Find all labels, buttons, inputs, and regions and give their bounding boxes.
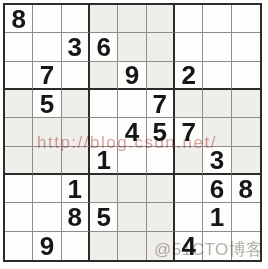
cell-r8c3[interactable]: 8 [62,203,90,231]
cell-r8c6[interactable] [147,203,175,231]
cell-r5c3[interactable] [62,118,90,146]
cell-r7c4[interactable] [90,175,118,203]
cell-r5c8[interactable] [203,118,231,146]
cell-r4c8[interactable] [203,90,231,118]
cell-r9c7[interactable]: 4 [175,232,203,260]
cell-r4c4[interactable] [90,90,118,118]
cell-r1c3[interactable] [62,5,90,33]
cell-r8c1[interactable] [5,203,33,231]
cell-r9c9[interactable] [232,232,260,260]
cell-r4c5[interactable] [118,90,146,118]
cell-r3c8[interactable] [203,62,231,90]
cell-r2c7[interactable] [175,33,203,61]
cell-r8c7[interactable] [175,203,203,231]
cell-r2c1[interactable] [5,33,33,61]
sudoku-board: 836792574571316885194 [3,3,262,262]
cell-r3c7[interactable]: 2 [175,62,203,90]
cell-r1c1[interactable]: 8 [5,5,33,33]
cell-r4c1[interactable] [5,90,33,118]
cell-r2c4[interactable]: 6 [90,33,118,61]
cell-r3c4[interactable] [90,62,118,90]
cell-r4c2[interactable]: 5 [33,90,61,118]
cell-r7c8[interactable]: 6 [203,175,231,203]
cell-r1c9[interactable] [232,5,260,33]
cell-r1c8[interactable] [203,5,231,33]
cell-r6c3[interactable] [62,147,90,175]
cell-r2c8[interactable] [203,33,231,61]
cell-r3c1[interactable] [5,62,33,90]
cell-r6c7[interactable] [175,147,203,175]
cell-r6c1[interactable] [5,147,33,175]
cell-r9c8[interactable] [203,232,231,260]
cell-r3c5[interactable]: 9 [118,62,146,90]
cell-r7c1[interactable] [5,175,33,203]
cell-r8c5[interactable] [118,203,146,231]
cell-r8c8[interactable]: 1 [203,203,231,231]
cell-r9c1[interactable] [5,232,33,260]
cell-r1c7[interactable] [175,5,203,33]
cell-r7c2[interactable] [33,175,61,203]
cell-r8c9[interactable] [232,203,260,231]
cell-r2c9[interactable] [232,33,260,61]
cell-r9c5[interactable] [118,232,146,260]
cell-r3c6[interactable] [147,62,175,90]
cell-r1c4[interactable] [90,5,118,33]
cell-r2c6[interactable] [147,33,175,61]
cell-r3c9[interactable] [232,62,260,90]
cell-r6c9[interactable] [232,147,260,175]
cell-r5c7[interactable]: 7 [175,118,203,146]
cell-r5c4[interactable] [90,118,118,146]
sudoku-screenshot: 836792574571316885194 http://blog.csdn.n… [0,0,268,269]
cell-r5c1[interactable] [5,118,33,146]
cell-r3c2[interactable]: 7 [33,62,61,90]
cell-r6c8[interactable]: 3 [203,147,231,175]
cell-r7c6[interactable] [147,175,175,203]
cell-r2c2[interactable] [33,33,61,61]
cell-r5c5[interactable]: 4 [118,118,146,146]
cell-r7c9[interactable]: 8 [232,175,260,203]
cell-r5c6[interactable]: 5 [147,118,175,146]
cell-r6c2[interactable] [33,147,61,175]
cell-r8c2[interactable] [33,203,61,231]
cell-r4c3[interactable] [62,90,90,118]
cell-r6c6[interactable] [147,147,175,175]
cell-r6c4[interactable]: 1 [90,147,118,175]
cell-r1c2[interactable] [33,5,61,33]
cell-r2c5[interactable] [118,33,146,61]
cell-r1c6[interactable] [147,5,175,33]
cell-r9c2[interactable]: 9 [33,232,61,260]
cell-r9c4[interactable] [90,232,118,260]
cell-r7c3[interactable]: 1 [62,175,90,203]
cell-r4c6[interactable]: 7 [147,90,175,118]
cell-r2c3[interactable]: 3 [62,33,90,61]
cell-r4c9[interactable] [232,90,260,118]
cell-r1c5[interactable] [118,5,146,33]
cell-r5c9[interactable] [232,118,260,146]
cell-r7c5[interactable] [118,175,146,203]
cell-r3c3[interactable] [62,62,90,90]
cell-r9c3[interactable] [62,232,90,260]
cell-r8c4[interactable]: 5 [90,203,118,231]
cell-r5c2[interactable] [33,118,61,146]
cell-r6c5[interactable] [118,147,146,175]
cell-r4c7[interactable] [175,90,203,118]
cell-r9c6[interactable] [147,232,175,260]
cell-r7c7[interactable] [175,175,203,203]
